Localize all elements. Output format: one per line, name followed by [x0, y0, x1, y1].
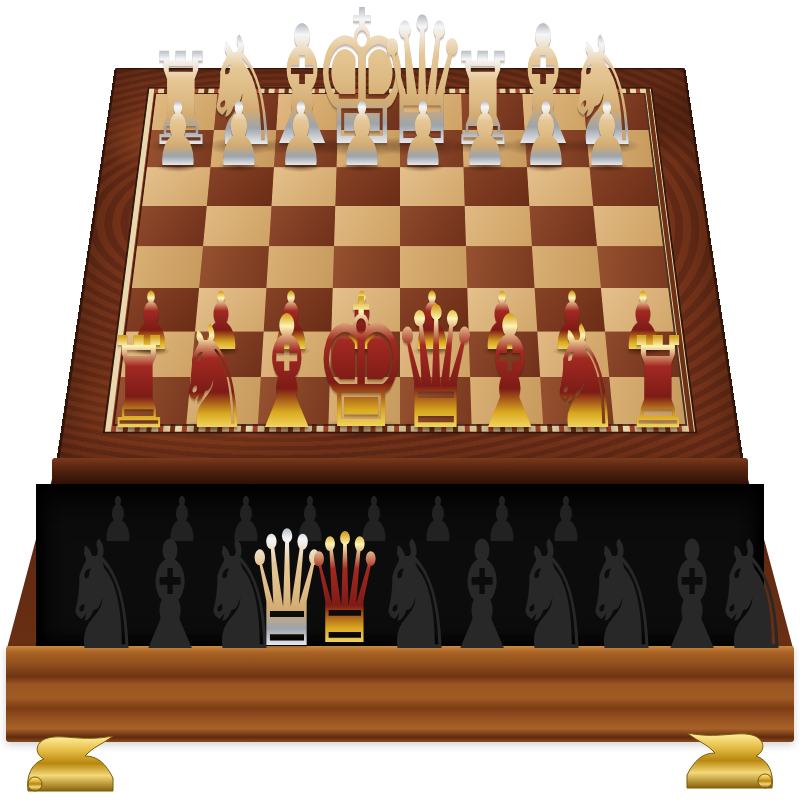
ornate-gold-foot-right-icon	[684, 730, 776, 790]
piece-gold-knight[interactable]: ♞	[175, 307, 251, 449]
square-r5f2[interactable]	[203, 206, 271, 246]
piece-gold-rook[interactable]: ♜	[624, 321, 692, 447]
piece-silver-pawn[interactable]: ♟	[461, 91, 508, 179]
piece-silver-pawn[interactable]: ♟	[522, 91, 569, 179]
piece-silver-pawn[interactable]: ♟	[216, 91, 263, 179]
ornate-gold-foot-left-icon	[24, 733, 116, 793]
piece-gold-knight[interactable]: ♞	[546, 307, 622, 449]
piece-gold-bishop[interactable]: ♝	[468, 295, 552, 451]
square-r5f8[interactable]	[593, 206, 663, 246]
piece-silver-pawn[interactable]: ♟	[277, 91, 324, 179]
piece-silver-pawn[interactable]: ♟	[154, 91, 201, 179]
drawer-piece-gold-queen[interactable]: ♛	[304, 514, 386, 666]
piece-silver-pawn[interactable]: ♟	[400, 91, 447, 179]
piece-silver-pawn[interactable]: ♟	[583, 91, 630, 179]
square-r5f5[interactable]	[400, 206, 466, 246]
piece-silver-pawn[interactable]: ♟	[338, 91, 385, 179]
foam-cutout-knight: ♞	[710, 521, 793, 671]
piece-gold-rook[interactable]: ♜	[105, 321, 173, 447]
square-r5f4[interactable]	[334, 206, 400, 246]
square-r5f6[interactable]	[464, 206, 531, 246]
chess-set-photo: ♜♞♝♚♛♜♝♞♟♟♟♟♟♟♟♟♟♟♟♟♟♟♟♟♜♞♝♚♛♝♞♜♟♟♟♟♟♟♟♟…	[0, 0, 800, 800]
square-r5f3[interactable]	[269, 206, 336, 246]
square-r5f7[interactable]	[529, 206, 597, 246]
square-r5f1[interactable]	[137, 206, 207, 246]
